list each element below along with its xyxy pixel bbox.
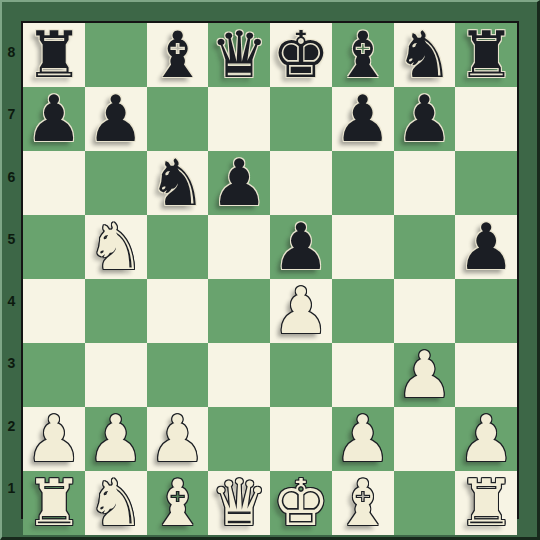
square-b8[interactable] <box>85 23 147 87</box>
rank-labels: 87654321 <box>2 21 21 519</box>
square-b3[interactable] <box>85 343 147 407</box>
white-rook[interactable]: ♜ <box>25 471 82 535</box>
square-d8[interactable]: ♛ <box>208 23 270 87</box>
black-rook[interactable]: ♜ <box>25 23 82 87</box>
square-b2[interactable]: ♟ <box>85 407 147 471</box>
square-e2[interactable] <box>270 407 332 471</box>
black-pawn[interactable]: ♟ <box>396 87 453 151</box>
square-a8[interactable]: ♜ <box>23 23 85 87</box>
white-pawn[interactable]: ♟ <box>272 279 329 343</box>
rank-label-4: 4 <box>2 270 21 332</box>
square-f5[interactable] <box>332 215 394 279</box>
square-e6[interactable] <box>270 151 332 215</box>
white-pawn[interactable]: ♟ <box>396 343 453 407</box>
square-e4[interactable]: ♟ <box>270 279 332 343</box>
square-a2[interactable]: ♟ <box>23 407 85 471</box>
rank-label-8: 8 <box>2 21 21 83</box>
black-knight[interactable]: ♞ <box>149 151 206 215</box>
square-h1[interactable]: ♜ <box>455 471 517 535</box>
black-pawn[interactable]: ♟ <box>25 87 82 151</box>
square-c2[interactable]: ♟ <box>147 407 209 471</box>
square-e8[interactable]: ♚ <box>270 23 332 87</box>
square-e3[interactable] <box>270 343 332 407</box>
square-a1[interactable]: ♜ <box>23 471 85 535</box>
square-e1[interactable]: ♚ <box>270 471 332 535</box>
black-king[interactable]: ♚ <box>272 23 329 87</box>
square-g8[interactable]: ♞ <box>394 23 456 87</box>
black-rook[interactable]: ♜ <box>457 23 514 87</box>
square-f1[interactable]: ♝ <box>332 471 394 535</box>
square-c8[interactable]: ♝ <box>147 23 209 87</box>
square-d3[interactable] <box>208 343 270 407</box>
square-c6[interactable]: ♞ <box>147 151 209 215</box>
square-c5[interactable] <box>147 215 209 279</box>
chess-board: ♜♝♛♚♝♞♜♟♟♟♟♞♟♞♟♟♟♟♟♟♟♟♟♜♞♝♛♚♝♜ <box>21 21 519 519</box>
white-bishop[interactable]: ♝ <box>149 471 206 535</box>
square-c3[interactable] <box>147 343 209 407</box>
square-f6[interactable] <box>332 151 394 215</box>
square-a4[interactable] <box>23 279 85 343</box>
chess-board-frame: 87654321 ABCDEFGH ♜♝♛♚♝♞♜♟♟♟♟♞♟♞♟♟♟♟♟♟♟♟… <box>0 0 540 540</box>
square-a5[interactable] <box>23 215 85 279</box>
square-a3[interactable] <box>23 343 85 407</box>
square-f4[interactable] <box>332 279 394 343</box>
square-b6[interactable] <box>85 151 147 215</box>
square-g1[interactable] <box>394 471 456 535</box>
square-b4[interactable] <box>85 279 147 343</box>
white-pawn[interactable]: ♟ <box>149 407 206 471</box>
rank-label-2: 2 <box>2 395 21 457</box>
square-h6[interactable] <box>455 151 517 215</box>
square-d5[interactable] <box>208 215 270 279</box>
black-pawn[interactable]: ♟ <box>334 87 391 151</box>
square-d7[interactable] <box>208 87 270 151</box>
white-king[interactable]: ♚ <box>272 471 329 535</box>
white-pawn[interactable]: ♟ <box>334 407 391 471</box>
square-g3[interactable]: ♟ <box>394 343 456 407</box>
rank-label-7: 7 <box>2 83 21 145</box>
square-b7[interactable]: ♟ <box>85 87 147 151</box>
square-h7[interactable] <box>455 87 517 151</box>
square-g7[interactable]: ♟ <box>394 87 456 151</box>
square-f2[interactable]: ♟ <box>332 407 394 471</box>
black-queen[interactable]: ♛ <box>210 23 267 87</box>
rank-label-1: 1 <box>2 457 21 519</box>
black-pawn[interactable]: ♟ <box>272 215 329 279</box>
square-h3[interactable] <box>455 343 517 407</box>
white-knight[interactable]: ♞ <box>87 471 144 535</box>
square-b1[interactable]: ♞ <box>85 471 147 535</box>
square-e7[interactable] <box>270 87 332 151</box>
square-d2[interactable] <box>208 407 270 471</box>
square-f7[interactable]: ♟ <box>332 87 394 151</box>
square-g5[interactable] <box>394 215 456 279</box>
square-a6[interactable] <box>23 151 85 215</box>
square-h8[interactable]: ♜ <box>455 23 517 87</box>
black-bishop[interactable]: ♝ <box>149 23 206 87</box>
white-rook[interactable]: ♜ <box>457 471 514 535</box>
square-b5[interactable]: ♞ <box>85 215 147 279</box>
black-bishop[interactable]: ♝ <box>334 23 391 87</box>
square-g4[interactable] <box>394 279 456 343</box>
black-pawn[interactable]: ♟ <box>210 151 267 215</box>
square-c4[interactable] <box>147 279 209 343</box>
square-h5[interactable]: ♟ <box>455 215 517 279</box>
square-f3[interactable] <box>332 343 394 407</box>
white-pawn[interactable]: ♟ <box>457 407 514 471</box>
square-g6[interactable] <box>394 151 456 215</box>
square-h2[interactable]: ♟ <box>455 407 517 471</box>
black-pawn[interactable]: ♟ <box>457 215 514 279</box>
square-g2[interactable] <box>394 407 456 471</box>
black-pawn[interactable]: ♟ <box>87 87 144 151</box>
white-bishop[interactable]: ♝ <box>334 471 391 535</box>
square-c1[interactable]: ♝ <box>147 471 209 535</box>
square-d1[interactable]: ♛ <box>208 471 270 535</box>
white-pawn[interactable]: ♟ <box>87 407 144 471</box>
square-a7[interactable]: ♟ <box>23 87 85 151</box>
square-f8[interactable]: ♝ <box>332 23 394 87</box>
square-e5[interactable]: ♟ <box>270 215 332 279</box>
white-knight[interactable]: ♞ <box>87 215 144 279</box>
square-d6[interactable]: ♟ <box>208 151 270 215</box>
white-queen[interactable]: ♛ <box>210 471 267 535</box>
rank-label-6: 6 <box>2 146 21 208</box>
square-d4[interactable] <box>208 279 270 343</box>
black-knight[interactable]: ♞ <box>396 23 453 87</box>
square-c7[interactable] <box>147 87 209 151</box>
white-pawn[interactable]: ♟ <box>25 407 82 471</box>
square-h4[interactable] <box>455 279 517 343</box>
rank-label-5: 5 <box>2 208 21 270</box>
rank-label-3: 3 <box>2 332 21 394</box>
